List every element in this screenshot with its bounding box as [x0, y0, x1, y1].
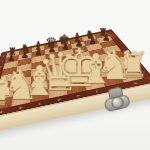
- white-rook: ♜: [0, 77, 23, 109]
- white-king: ♚: [56, 45, 98, 93]
- square-a1: ♜: [0, 96, 13, 110]
- clasp: [102, 89, 132, 118]
- chess-set-photo: ♜♞♝♛♚♝♞♜♟♟♟♟♟♟♟♟♟♟♟♟♟♟♟♟♜♞♝♛♚♝♞♜ abcdefg…: [0, 0, 150, 150]
- board-perspective-wrap: ♜♞♝♛♚♝♞♜♟♟♟♟♟♟♟♟♟♟♟♟♟♟♟♟♜♞♝♛♚♝♞♜ abcdefg…: [0, 0, 150, 150]
- square-h1: ♜: [119, 70, 143, 82]
- white-rook: ♜: [112, 49, 150, 81]
